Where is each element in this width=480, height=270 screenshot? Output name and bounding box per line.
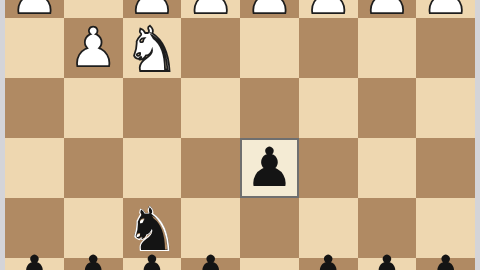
square-a3[interactable] bbox=[416, 18, 475, 78]
black-pawn-glyph: ♟ bbox=[304, 244, 352, 270]
square-d7[interactable] bbox=[240, 258, 299, 270]
square-d6[interactable] bbox=[240, 198, 299, 258]
square-d4[interactable] bbox=[240, 78, 299, 138]
black-pawn-glyph: ♟ bbox=[10, 244, 58, 270]
square-b4[interactable] bbox=[358, 78, 417, 138]
black-pawn-glyph: ♟ bbox=[421, 244, 469, 270]
square-c4[interactable] bbox=[299, 78, 358, 138]
black-pawn-c7[interactable]: ♟ bbox=[299, 246, 358, 270]
square-b5[interactable] bbox=[358, 138, 417, 198]
square-f5[interactable] bbox=[123, 138, 182, 198]
black-pawn-glyph: ♟ bbox=[69, 244, 117, 270]
square-c3[interactable] bbox=[299, 18, 358, 78]
square-h2[interactable]: ♟ bbox=[5, 0, 64, 18]
square-h5[interactable] bbox=[5, 138, 64, 198]
white-knight-f3[interactable]: ♞ bbox=[123, 20, 182, 80]
square-d2[interactable]: ♟ bbox=[240, 0, 299, 18]
square-a2[interactable]: ♟ bbox=[416, 0, 475, 18]
square-a4[interactable] bbox=[416, 78, 475, 138]
black-pawn-g7[interactable]: ♟ bbox=[64, 246, 123, 270]
white-knight-glyph: ♞ bbox=[124, 13, 180, 86]
black-pawn-a7[interactable]: ♟ bbox=[416, 246, 475, 270]
square-g4[interactable] bbox=[64, 78, 123, 138]
square-h4[interactable] bbox=[5, 78, 64, 138]
square-h3[interactable] bbox=[5, 18, 64, 78]
square-d5[interactable]: ♟ bbox=[240, 138, 299, 198]
black-pawn-f7[interactable]: ♟ bbox=[123, 246, 182, 270]
chess-board: ♟♟♟♟♟♟♟♟♞♟♞♘♟♟♟♟♟♟♟ bbox=[5, 0, 475, 270]
black-pawn-h7[interactable]: ♟ bbox=[5, 246, 64, 270]
square-b2[interactable]: ♟ bbox=[358, 0, 417, 18]
square-c7[interactable]: ♟ bbox=[299, 258, 358, 270]
square-g7[interactable]: ♟ bbox=[64, 258, 123, 270]
black-pawn-glyph: ♟ bbox=[245, 136, 293, 199]
square-d3[interactable] bbox=[240, 18, 299, 78]
black-pawn-glyph: ♟ bbox=[186, 244, 234, 270]
black-pawn-glyph: ♟ bbox=[128, 244, 176, 270]
square-e5[interactable] bbox=[181, 138, 240, 198]
white-pawn-glyph: ♟ bbox=[69, 16, 117, 79]
square-f7[interactable]: ♟ bbox=[123, 258, 182, 270]
square-f3[interactable]: ♞ bbox=[123, 18, 182, 78]
square-a5[interactable] bbox=[416, 138, 475, 198]
black-pawn-glyph: ♟ bbox=[363, 244, 411, 270]
square-e2[interactable]: ♟ bbox=[181, 0, 240, 18]
black-pawn-d5[interactable]: ♟ bbox=[240, 138, 299, 198]
black-pawn-b7[interactable]: ♟ bbox=[358, 246, 417, 270]
square-f4[interactable] bbox=[123, 78, 182, 138]
square-b7[interactable]: ♟ bbox=[358, 258, 417, 270]
square-e3[interactable] bbox=[181, 18, 240, 78]
square-g5[interactable] bbox=[64, 138, 123, 198]
square-c5[interactable] bbox=[299, 138, 358, 198]
white-pawn-g3[interactable]: ♟ bbox=[64, 18, 123, 78]
square-a7[interactable]: ♟ bbox=[416, 258, 475, 270]
square-h7[interactable]: ♟ bbox=[5, 258, 64, 270]
square-e7[interactable]: ♟ bbox=[181, 258, 240, 270]
square-e4[interactable] bbox=[181, 78, 240, 138]
square-c2[interactable]: ♟ bbox=[299, 0, 358, 18]
square-b3[interactable] bbox=[358, 18, 417, 78]
app-background: ♟♟♟♟♟♟♟♟♞♟♞♘♟♟♟♟♟♟♟ bbox=[0, 0, 480, 270]
square-g3[interactable]: ♟ bbox=[64, 18, 123, 78]
black-pawn-e7[interactable]: ♟ bbox=[181, 246, 240, 270]
